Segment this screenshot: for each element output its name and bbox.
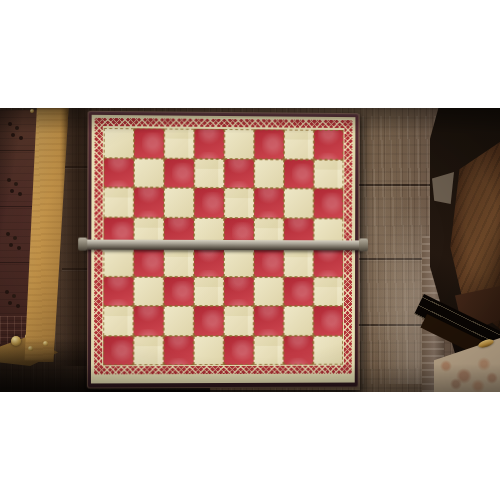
square-c7[interactable]: [164, 158, 194, 188]
square-e3[interactable]: [224, 277, 254, 307]
square-c2[interactable]: [164, 306, 194, 336]
square-e7[interactable]: [224, 159, 254, 189]
square-f1[interactable]: [254, 335, 284, 365]
peg-holes: [6, 232, 10, 236]
square-f8[interactable]: [254, 129, 284, 159]
square-h3[interactable]: [313, 277, 343, 306]
square-a6[interactable]: [104, 187, 134, 217]
cribbage-groove: [0, 206, 36, 207]
square-e8[interactable]: [224, 129, 254, 159]
square-a7[interactable]: [104, 158, 134, 188]
square-f2[interactable]: [254, 306, 284, 335]
square-b2[interactable]: [133, 306, 163, 336]
peg-holes: [8, 122, 12, 126]
brass-pin: [30, 109, 34, 113]
peg-holes: [7, 178, 11, 182]
square-d7[interactable]: [194, 158, 224, 188]
square-g4[interactable]: [284, 247, 314, 276]
square-h7[interactable]: [314, 159, 344, 189]
square-b1[interactable]: [133, 336, 163, 366]
square-b7[interactable]: [134, 158, 164, 188]
hinge-knuckle: [78, 238, 87, 251]
square-f4[interactable]: [254, 247, 284, 277]
square-h2[interactable]: [313, 306, 343, 335]
square-g1[interactable]: [283, 335, 313, 364]
letterbox-bottom: [0, 392, 500, 500]
square-c4[interactable]: [164, 247, 194, 277]
photo-scene: [0, 108, 500, 392]
square-a4[interactable]: [103, 247, 133, 277]
square-e4[interactable]: [224, 247, 254, 277]
game-board: [87, 111, 359, 389]
square-a1[interactable]: [103, 336, 133, 366]
square-b6[interactable]: [134, 188, 164, 218]
square-e2[interactable]: [224, 306, 254, 336]
square-h4[interactable]: [313, 247, 343, 276]
square-c3[interactable]: [164, 276, 194, 306]
square-d2[interactable]: [194, 306, 224, 336]
letterbox-top: [0, 0, 500, 108]
square-b3[interactable]: [134, 276, 164, 306]
square-d3[interactable]: [194, 276, 224, 306]
square-a2[interactable]: [103, 306, 133, 336]
square-h6[interactable]: [314, 188, 344, 217]
hinge-knuckle: [359, 238, 368, 251]
screenshot: [0, 0, 500, 500]
square-c6[interactable]: [164, 188, 194, 218]
piano-hinge: [82, 240, 364, 251]
square-f3[interactable]: [254, 277, 284, 306]
square-g2[interactable]: [284, 306, 314, 335]
square-a3[interactable]: [103, 276, 133, 306]
square-d4[interactable]: [194, 247, 224, 277]
square-d8[interactable]: [194, 129, 224, 159]
square-g6[interactable]: [284, 188, 314, 218]
square-g8[interactable]: [284, 129, 314, 159]
square-f6[interactable]: [254, 188, 284, 218]
square-g7[interactable]: [284, 159, 314, 189]
square-f7[interactable]: [254, 159, 284, 189]
cribbage-groove: [0, 150, 36, 151]
square-h8[interactable]: [314, 130, 344, 160]
square-b8[interactable]: [134, 128, 164, 158]
square-c8[interactable]: [164, 129, 194, 159]
square-b4[interactable]: [134, 247, 164, 277]
peg-holes: [5, 290, 9, 294]
square-d1[interactable]: [194, 336, 224, 366]
square-a8[interactable]: [104, 128, 134, 158]
square-e1[interactable]: [224, 335, 254, 365]
square-c1[interactable]: [164, 336, 194, 366]
square-g3[interactable]: [284, 277, 314, 306]
square-e6[interactable]: [224, 188, 254, 218]
square-d6[interactable]: [194, 188, 224, 218]
square-h1[interactable]: [313, 335, 343, 364]
